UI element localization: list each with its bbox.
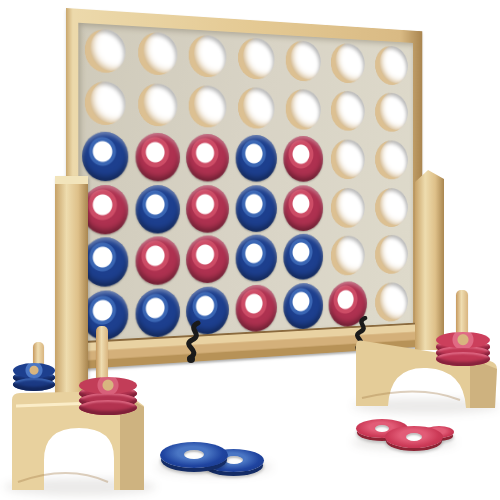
cell-r6c5[interactable]	[280, 281, 326, 332]
loose-blue-disc[interactable]	[160, 442, 228, 468]
product-photo-stage	[0, 0, 500, 500]
cell-r5c6[interactable]	[326, 231, 370, 280]
cell-r1c4[interactable]	[232, 32, 280, 84]
cell-r2c4[interactable]	[232, 82, 280, 133]
blue-disc	[135, 185, 179, 234]
cell-r1c6[interactable]	[326, 38, 370, 88]
metal-latch-icon[interactable]	[178, 320, 212, 368]
empty-hole	[375, 140, 408, 179]
cell-r4c2[interactable]	[132, 183, 183, 235]
cell-r2c1[interactable]	[78, 76, 131, 131]
empty-hole	[375, 235, 408, 275]
stack-top-disc	[79, 377, 137, 394]
blue-disc	[236, 185, 277, 232]
cell-r3c7[interactable]	[370, 136, 413, 184]
cell-r4c4[interactable]	[232, 183, 280, 233]
red-disc	[135, 236, 179, 286]
empty-hole	[286, 89, 321, 130]
cell-r5c4[interactable]	[232, 233, 280, 284]
blue-disc-stack[interactable]	[13, 363, 55, 399]
disc-hole	[184, 450, 204, 459]
red-disc	[236, 284, 277, 332]
cell-r4c6[interactable]	[326, 184, 370, 233]
blue-disc	[283, 283, 323, 331]
empty-hole	[331, 42, 365, 83]
cell-r3c6[interactable]	[326, 135, 370, 184]
cell-r4c7[interactable]	[370, 184, 413, 232]
cell-r1c1[interactable]	[78, 23, 131, 79]
loose-red-disc[interactable]	[385, 426, 443, 448]
blue-disc	[236, 135, 277, 182]
cell-r3c3[interactable]	[183, 132, 232, 184]
red-disc	[186, 185, 229, 233]
empty-hole	[375, 45, 408, 85]
cell-r3c4[interactable]	[232, 133, 280, 184]
empty-hole	[138, 83, 177, 127]
empty-hole	[189, 85, 227, 128]
cell-r4c3[interactable]	[183, 183, 232, 234]
blue-disc	[135, 288, 179, 338]
cell-r1c5[interactable]	[280, 35, 326, 86]
cell-r5c2[interactable]	[132, 235, 183, 288]
cell-r2c5[interactable]	[280, 84, 326, 135]
red-disc	[283, 185, 323, 231]
disc-hole	[406, 433, 422, 441]
empty-hole	[331, 188, 365, 228]
empty-hole	[375, 282, 408, 322]
blue-disc	[283, 234, 323, 281]
empty-hole	[331, 139, 365, 179]
red-disc	[283, 136, 323, 182]
red-disc	[82, 185, 128, 235]
red-disc	[135, 133, 179, 182]
cell-r6c4[interactable]	[232, 282, 280, 334]
red-disc	[186, 134, 229, 182]
empty-hole	[238, 87, 274, 129]
empty-hole	[138, 31, 177, 76]
cell-r5c3[interactable]	[183, 234, 232, 286]
cell-r4c5[interactable]	[280, 183, 326, 233]
board-grid	[78, 23, 413, 344]
cell-r2c7[interactable]	[370, 88, 413, 137]
left-support-post	[55, 176, 88, 400]
cell-r2c2[interactable]	[132, 78, 183, 132]
cell-r2c3[interactable]	[183, 80, 232, 132]
right-support-post	[415, 170, 444, 350]
empty-hole	[189, 34, 227, 78]
cell-r1c2[interactable]	[132, 26, 183, 80]
red-disc-stack[interactable]	[79, 377, 137, 421]
blue-disc	[82, 237, 128, 288]
empty-hole	[375, 93, 408, 133]
cell-r2c6[interactable]	[326, 86, 370, 136]
board-face	[78, 23, 413, 344]
empty-hole	[85, 81, 126, 126]
stacked-disc-edge	[13, 378, 55, 391]
stacked-disc-edge	[436, 352, 490, 366]
empty-hole	[85, 28, 126, 73]
cell-r1c3[interactable]	[183, 29, 232, 82]
stack-top-disc	[436, 332, 490, 348]
disc-hole	[375, 425, 389, 432]
blue-disc	[82, 131, 128, 181]
blue-disc	[236, 235, 277, 283]
empty-hole	[331, 91, 365, 132]
red-disc	[186, 236, 229, 285]
cell-r6c7[interactable]	[370, 278, 413, 327]
cell-r5c7[interactable]	[370, 231, 413, 280]
cell-r5c5[interactable]	[280, 232, 326, 282]
stacked-disc-edge	[79, 400, 137, 415]
red-disc-stack[interactable]	[436, 332, 490, 372]
cell-r1c7[interactable]	[370, 40, 413, 90]
empty-hole	[331, 236, 365, 276]
empty-hole	[238, 37, 274, 80]
cell-r3c5[interactable]	[280, 134, 326, 184]
empty-hole	[286, 40, 321, 82]
stack-top-disc	[13, 363, 55, 378]
disc-hole	[225, 456, 243, 464]
left-post-top	[55, 176, 88, 184]
cell-r6c2[interactable]	[132, 286, 183, 340]
cell-r3c2[interactable]	[132, 131, 183, 184]
empty-hole	[375, 188, 408, 227]
